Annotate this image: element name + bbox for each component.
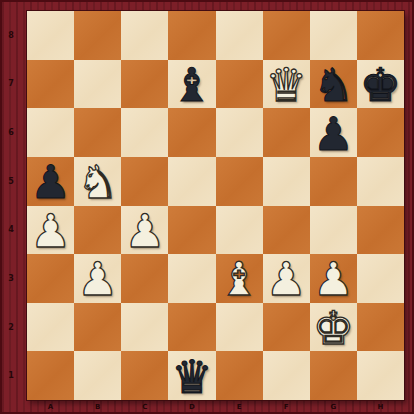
square-a3[interactable] bbox=[27, 254, 74, 303]
square-f8[interactable] bbox=[263, 11, 310, 60]
square-e8[interactable] bbox=[216, 11, 263, 60]
square-f5[interactable] bbox=[263, 157, 310, 206]
square-e2[interactable] bbox=[216, 303, 263, 352]
square-c5[interactable] bbox=[121, 157, 168, 206]
square-g4[interactable] bbox=[310, 206, 357, 255]
square-c8[interactable] bbox=[121, 11, 168, 60]
white-pawn[interactable]: ♟ bbox=[313, 256, 354, 302]
square-f1[interactable] bbox=[263, 351, 310, 400]
square-b2[interactable] bbox=[74, 303, 121, 352]
square-c2[interactable] bbox=[121, 303, 168, 352]
square-d6[interactable] bbox=[168, 108, 215, 157]
square-f6[interactable] bbox=[263, 108, 310, 157]
rank-label-8: 8 bbox=[2, 11, 20, 60]
board-frame: 87654321 ABCDEFGH ♝♛♞♚♟♟♞♟♟♟♝♟♟♚♛ bbox=[0, 0, 414, 414]
file-label-h: H bbox=[357, 400, 404, 414]
square-b7[interactable] bbox=[74, 60, 121, 109]
square-d3[interactable] bbox=[168, 254, 215, 303]
file-label-d: D bbox=[168, 400, 215, 414]
rank-label-6: 6 bbox=[2, 108, 20, 157]
rank-label-3: 3 bbox=[2, 254, 20, 303]
square-g8[interactable] bbox=[310, 11, 357, 60]
square-b3[interactable]: ♟ bbox=[74, 254, 121, 303]
square-f7[interactable]: ♛ bbox=[263, 60, 310, 109]
square-g7[interactable]: ♞ bbox=[310, 60, 357, 109]
square-g6[interactable]: ♟ bbox=[310, 108, 357, 157]
file-label-b: B bbox=[74, 400, 121, 414]
square-h1[interactable] bbox=[357, 351, 404, 400]
square-g3[interactable]: ♟ bbox=[310, 254, 357, 303]
white-pawn[interactable]: ♟ bbox=[77, 256, 118, 302]
white-queen[interactable]: ♛ bbox=[266, 62, 307, 108]
square-g1[interactable] bbox=[310, 351, 357, 400]
square-d2[interactable] bbox=[168, 303, 215, 352]
square-b8[interactable] bbox=[74, 11, 121, 60]
square-h4[interactable] bbox=[357, 206, 404, 255]
square-d8[interactable] bbox=[168, 11, 215, 60]
square-e5[interactable] bbox=[216, 157, 263, 206]
file-label-g: G bbox=[310, 400, 357, 414]
square-c3[interactable] bbox=[121, 254, 168, 303]
square-a5[interactable]: ♟ bbox=[27, 157, 74, 206]
square-a8[interactable] bbox=[27, 11, 74, 60]
square-a4[interactable]: ♟ bbox=[27, 206, 74, 255]
square-h6[interactable] bbox=[357, 108, 404, 157]
square-a6[interactable] bbox=[27, 108, 74, 157]
square-e3[interactable]: ♝ bbox=[216, 254, 263, 303]
square-a7[interactable] bbox=[27, 60, 74, 109]
white-bishop[interactable]: ♝ bbox=[218, 256, 259, 302]
square-d4[interactable] bbox=[168, 206, 215, 255]
square-f3[interactable]: ♟ bbox=[263, 254, 310, 303]
square-b6[interactable] bbox=[74, 108, 121, 157]
white-pawn[interactable]: ♟ bbox=[266, 256, 307, 302]
black-queen[interactable]: ♛ bbox=[171, 354, 212, 400]
rank-label-1: 1 bbox=[2, 351, 20, 400]
square-a2[interactable] bbox=[27, 303, 74, 352]
white-pawn[interactable]: ♟ bbox=[124, 208, 165, 254]
square-a1[interactable] bbox=[27, 351, 74, 400]
square-d1[interactable]: ♛ bbox=[168, 351, 215, 400]
square-f2[interactable] bbox=[263, 303, 310, 352]
square-b5[interactable]: ♞ bbox=[74, 157, 121, 206]
square-g5[interactable] bbox=[310, 157, 357, 206]
rank-label-7: 7 bbox=[2, 60, 20, 109]
white-knight[interactable]: ♞ bbox=[77, 159, 118, 205]
rank-label-5: 5 bbox=[2, 157, 20, 206]
white-pawn[interactable]: ♟ bbox=[30, 208, 71, 254]
square-h3[interactable] bbox=[357, 254, 404, 303]
black-pawn[interactable]: ♟ bbox=[313, 111, 354, 157]
white-king[interactable]: ♚ bbox=[313, 305, 354, 351]
black-bishop[interactable]: ♝ bbox=[171, 62, 212, 108]
square-h7[interactable]: ♚ bbox=[357, 60, 404, 109]
square-h2[interactable] bbox=[357, 303, 404, 352]
square-b4[interactable] bbox=[74, 206, 121, 255]
square-c6[interactable] bbox=[121, 108, 168, 157]
chess-board: ♝♛♞♚♟♟♞♟♟♟♝♟♟♚♛ bbox=[27, 11, 404, 400]
square-b1[interactable] bbox=[74, 351, 121, 400]
black-pawn[interactable]: ♟ bbox=[30, 159, 71, 205]
square-h8[interactable] bbox=[357, 11, 404, 60]
file-label-a: A bbox=[27, 400, 74, 414]
square-d7[interactable]: ♝ bbox=[168, 60, 215, 109]
rank-labels: 87654321 bbox=[2, 11, 20, 400]
square-d5[interactable] bbox=[168, 157, 215, 206]
square-e4[interactable] bbox=[216, 206, 263, 255]
file-label-e: E bbox=[216, 400, 263, 414]
square-e1[interactable] bbox=[216, 351, 263, 400]
black-knight[interactable]: ♞ bbox=[313, 62, 354, 108]
file-label-c: C bbox=[121, 400, 168, 414]
square-e6[interactable] bbox=[216, 108, 263, 157]
square-h5[interactable] bbox=[357, 157, 404, 206]
square-g2[interactable]: ♚ bbox=[310, 303, 357, 352]
rank-label-4: 4 bbox=[2, 206, 20, 255]
black-king[interactable]: ♚ bbox=[360, 62, 401, 108]
square-c7[interactable] bbox=[121, 60, 168, 109]
rank-label-2: 2 bbox=[2, 303, 20, 352]
square-c4[interactable]: ♟ bbox=[121, 206, 168, 255]
file-labels: ABCDEFGH bbox=[27, 400, 404, 414]
square-f4[interactable] bbox=[263, 206, 310, 255]
square-e7[interactable] bbox=[216, 60, 263, 109]
file-label-f: F bbox=[263, 400, 310, 414]
square-c1[interactable] bbox=[121, 351, 168, 400]
